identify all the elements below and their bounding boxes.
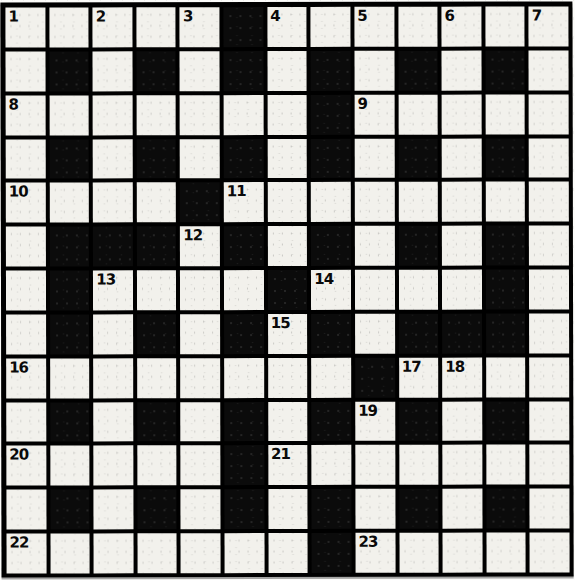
cell-r8c7[interactable] [311,358,351,398]
cell-r6c8[interactable] [355,270,395,310]
cell-r1c10[interactable] [442,50,482,90]
cell-r11c8[interactable] [355,489,395,529]
cell-r7c5 [224,314,264,354]
cell-r7c4[interactable] [181,314,221,354]
cell-r2c5[interactable] [224,95,264,135]
cell-r2c0[interactable]: 8 [6,95,46,135]
clue-number: 4 [270,8,279,25]
cell-r4c6[interactable] [267,182,307,222]
cell-r10c11[interactable] [486,445,526,485]
clue-number: 3 [183,8,192,25]
cell-r4c3[interactable] [137,183,177,223]
cell-r1c4[interactable] [180,51,220,91]
cell-r3c8[interactable] [355,138,395,178]
cell-r1c3 [136,51,176,91]
cell-r11c7 [312,489,352,529]
cell-r8c8 [355,358,395,398]
cell-r0c8[interactable]: 5 [354,7,394,47]
cell-r8c1[interactable] [50,358,90,398]
cell-r0c0[interactable]: 1 [5,8,45,48]
cell-r4c2[interactable] [93,183,133,223]
cell-r10c0[interactable]: 20 [6,446,46,486]
cell-r1c7 [311,51,351,91]
clue-number: 14 [314,271,333,288]
cell-r9c7 [312,401,352,441]
clue-number: 9 [358,96,367,113]
cell-r6c9[interactable] [398,270,438,310]
cell-r9c9 [399,401,439,441]
cell-r4c0[interactable]: 10 [6,183,46,223]
cell-r6c5[interactable] [224,270,264,310]
cell-r4c9[interactable] [398,182,438,222]
cell-r7c0[interactable] [6,314,46,354]
cell-r0c3[interactable] [136,7,176,47]
cell-r10c1[interactable] [50,446,90,486]
cell-r3c9 [398,138,438,178]
cell-r11c1 [50,490,90,530]
cell-r11c11 [486,489,526,529]
cell-r0c10[interactable]: 6 [442,7,482,47]
cell-r2c3[interactable] [136,95,176,135]
clue-number: 13 [96,271,115,288]
cell-r11c12[interactable] [530,489,570,529]
cell-r4c1[interactable] [49,183,89,223]
cell-r3c6[interactable] [267,138,307,178]
cell-r3c1 [49,139,89,179]
cell-r2c12[interactable] [529,94,569,134]
cell-r4c8[interactable] [355,182,395,222]
cell-r9c3 [137,402,177,442]
cell-r8c3[interactable] [137,358,177,398]
cell-r12c10[interactable] [443,533,483,573]
clue-number: 8 [9,96,18,113]
cell-r9c4[interactable] [181,402,221,442]
cell-r0c7[interactable] [311,7,351,47]
cell-r11c6[interactable] [268,489,308,529]
cell-r5c8[interactable] [355,226,395,266]
cell-r8c5[interactable] [224,358,264,398]
cell-r2c9[interactable] [398,94,438,134]
cell-r2c1[interactable] [49,95,89,135]
cell-r7c6[interactable]: 15 [268,314,308,354]
cell-r10c5 [224,446,264,486]
cell-r1c8[interactable] [354,51,394,91]
clue-number: 18 [445,358,464,375]
cell-r1c1 [49,51,89,91]
cell-r3c3 [137,139,177,179]
cell-r9c2[interactable] [93,402,133,442]
cell-r5c2 [93,227,133,267]
cell-r6c11 [486,270,526,310]
clue-number: 16 [9,359,28,376]
cell-r9c6[interactable] [268,402,308,442]
cell-r6c1 [50,270,90,310]
cell-r12c0[interactable]: 22 [7,534,47,574]
cell-r12c7 [312,533,352,573]
clue-number: 12 [183,227,202,244]
cell-r6c0[interactable] [6,271,46,311]
cell-r8c4[interactable] [181,358,221,398]
cell-r5c5 [224,226,264,266]
cell-r12c11[interactable] [486,533,526,573]
cell-r11c4[interactable] [181,489,221,529]
cell-r3c5 [224,139,264,179]
cell-r8c2[interactable] [93,358,133,398]
clue-number: 2 [96,8,105,25]
cell-r11c9 [399,489,439,529]
cell-r12c3[interactable] [137,533,177,573]
cell-r0c12[interactable]: 7 [529,6,569,46]
cell-r4c10[interactable] [442,182,482,222]
cell-r5c9 [398,226,438,266]
cell-r9c5 [224,402,264,442]
cell-r1c5 [224,51,264,91]
cell-r2c10[interactable] [442,94,482,134]
cell-r0c11[interactable] [485,7,525,47]
cell-r11c2[interactable] [94,490,134,530]
cell-r5c10[interactable] [442,226,482,266]
cell-r5c1 [49,227,89,267]
cell-r5c6[interactable] [268,226,308,266]
cell-r10c12[interactable] [530,445,570,485]
cell-r2c11[interactable] [485,94,525,134]
cell-r9c8[interactable]: 19 [355,401,395,441]
clue-number: 5 [357,8,366,25]
cell-r1c12[interactable] [529,50,569,90]
clue-number: 19 [358,402,377,419]
cell-r8c0[interactable]: 16 [6,358,46,398]
cell-r7c3 [137,314,177,354]
cell-r5c7 [311,226,351,266]
cell-r3c0[interactable] [6,139,46,179]
cell-r7c2[interactable] [93,314,133,354]
cell-r8c6[interactable] [268,358,308,398]
cell-r5c4[interactable]: 12 [180,226,220,266]
clue-number: 15 [271,315,290,332]
cell-r8c9[interactable]: 17 [399,357,439,397]
cell-r2c4[interactable] [180,95,220,135]
clue-number: 10 [9,184,28,201]
cell-r1c11 [485,50,525,90]
cell-r10c2[interactable] [94,446,134,486]
cell-r1c2[interactable] [93,51,133,91]
cell-r1c6[interactable] [267,51,307,91]
scanned-crossword-page: 1234567891011121314151617181920212223 [0,0,575,580]
cell-r12c12[interactable] [530,533,570,573]
clue-number: 11 [227,183,246,200]
cell-r8c12[interactable] [530,357,570,397]
cell-r9c10[interactable] [442,401,482,441]
cell-r0c9[interactable] [398,7,438,47]
cell-r5c12[interactable] [529,226,569,266]
cell-r6c3[interactable] [137,270,177,310]
cell-r12c5[interactable] [225,533,265,573]
cell-r4c4 [180,183,220,223]
cell-r7c9 [399,314,439,354]
cell-r11c10[interactable] [443,489,483,529]
cell-r1c9 [398,51,438,91]
clue-number: 20 [9,447,28,464]
clue-number: 22 [10,535,29,552]
cell-r0c5 [223,7,263,47]
cell-r11c0[interactable] [6,490,46,530]
cell-r8c10[interactable]: 18 [442,357,482,397]
cell-r0c1[interactable] [49,7,89,47]
cell-r4c7[interactable] [311,182,351,222]
cell-r9c12[interactable] [530,401,570,441]
crossword-grid: 1234567891011121314151617181920212223 [0,1,573,577]
cell-r6c10[interactable] [442,270,482,310]
cell-r6c7[interactable]: 14 [311,270,351,310]
cell-r12c9[interactable] [399,533,439,573]
cell-r8c11[interactable] [486,357,526,397]
cell-r6c2[interactable]: 13 [93,270,133,310]
cell-r1c0[interactable] [6,51,46,91]
cell-r12c2[interactable] [94,533,134,573]
cell-r7c1 [50,314,90,354]
cell-r10c3[interactable] [137,446,177,486]
cell-r0c4[interactable]: 3 [180,7,220,47]
cell-r6c4[interactable] [180,270,220,310]
cell-r3c11 [485,138,525,178]
cell-r7c7 [311,314,351,354]
cell-r5c11 [486,226,526,266]
cell-r12c8[interactable]: 23 [355,533,395,573]
cell-r4c11[interactable] [486,182,526,222]
cell-r10c4[interactable] [181,446,221,486]
cell-r7c12[interactable] [529,313,569,353]
clue-number: 6 [445,8,454,25]
cell-r4c5[interactable]: 11 [224,182,264,222]
cell-r7c11 [486,313,526,353]
clue-number: 7 [532,7,541,24]
cell-r2c2[interactable] [93,95,133,135]
cell-r3c2[interactable] [93,139,133,179]
cell-r3c12[interactable] [529,138,569,178]
cell-r4c12[interactable] [529,182,569,222]
cell-r2c6[interactable] [267,95,307,135]
clue-number: 17 [402,358,421,375]
cell-r11c5 [224,489,264,529]
cell-r0c2[interactable]: 2 [93,7,133,47]
cell-r5c0[interactable] [6,227,46,267]
cell-r3c4[interactable] [180,139,220,179]
clue-number: 23 [358,534,377,551]
cell-r7c8[interactable] [355,314,395,354]
cell-r2c8[interactable]: 9 [355,94,395,134]
cell-r11c3 [137,490,177,530]
cell-r12c6[interactable] [268,533,308,573]
cell-r6c6 [268,270,308,310]
cell-r7c10 [442,314,482,354]
cell-r12c4[interactable] [181,533,221,573]
cell-r3c10[interactable] [442,138,482,178]
cell-r10c7[interactable] [312,445,352,485]
cell-r12c1[interactable] [50,534,90,574]
cell-r9c11 [486,401,526,441]
cell-r10c10[interactable] [442,445,482,485]
cell-r10c8[interactable] [355,445,395,485]
cell-r5c3 [137,226,177,266]
clue-number: 1 [8,9,17,26]
cell-r0c6[interactable]: 4 [267,7,307,47]
cell-r10c6[interactable]: 21 [268,445,308,485]
cell-r9c0[interactable] [6,402,46,442]
cell-r9c1 [50,402,90,442]
clue-number: 21 [271,446,290,463]
cell-r6c12[interactable] [529,269,569,309]
cell-r10c9[interactable] [399,445,439,485]
cell-r3c7 [311,138,351,178]
cell-r2c7 [311,95,351,135]
